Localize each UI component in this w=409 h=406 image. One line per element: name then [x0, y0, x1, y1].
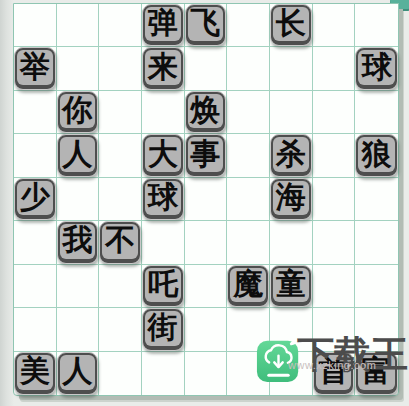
tile-character: 杀	[276, 139, 306, 169]
board-cell-r7c2	[99, 308, 142, 351]
tile-face: 不	[102, 224, 138, 258]
board-cell-r8c6	[270, 352, 313, 395]
board-cell-r0c7	[313, 4, 356, 47]
board-cell-r8c3	[142, 352, 185, 395]
board-cell-r6c1	[57, 265, 100, 308]
board-cell-r7c8	[355, 308, 398, 351]
tile-character: 球	[148, 182, 178, 212]
board-cell-r8c5	[227, 352, 270, 395]
tile-来[interactable]: 来	[142, 47, 184, 89]
tile-face: 举	[17, 50, 53, 84]
board-cell-r5c6	[270, 221, 313, 264]
tile-魔[interactable]: 魔	[227, 265, 269, 307]
board-cell-r4c0: 少	[14, 178, 57, 221]
board-cell-r5c3	[142, 221, 185, 264]
board-cell-r8c7: 首	[313, 352, 356, 395]
board-cell-r8c0: 美	[14, 352, 57, 395]
tile-不[interactable]: 不	[99, 221, 141, 263]
tile-character: 来	[148, 52, 178, 82]
board-cell-r5c5	[227, 221, 270, 264]
board-cell-r8c4	[185, 352, 228, 395]
tile-人[interactable]: 人	[57, 134, 99, 176]
board-cell-r2c2	[99, 91, 142, 134]
tile-face: 飞	[188, 7, 224, 41]
tile-街[interactable]: 街	[142, 308, 184, 350]
tile-face: 我	[60, 224, 96, 258]
board-cell-r3c4: 事	[185, 134, 228, 177]
board-cell-r4c5	[227, 178, 270, 221]
tile-首[interactable]: 首	[313, 352, 355, 395]
tile-你[interactable]: 你	[57, 91, 99, 133]
tile-face: 童	[273, 268, 309, 302]
tile-球[interactable]: 球	[142, 178, 184, 220]
board-cell-r0c1	[57, 4, 100, 47]
board-cell-r6c6: 童	[270, 265, 313, 308]
board-cell-r3c8: 狼	[355, 134, 398, 177]
board-cell-r6c5: 魔	[227, 265, 270, 308]
tile-长[interactable]: 长	[270, 4, 312, 46]
board-cell-r2c7	[313, 91, 356, 134]
board-cell-r5c2: 不	[99, 221, 142, 264]
board-cell-r3c3: 大	[142, 134, 185, 177]
tile-character: 焕	[190, 95, 220, 125]
tile-character: 吒	[148, 269, 178, 299]
board-cell-r4c6: 海	[270, 178, 313, 221]
tile-少[interactable]: 少	[14, 178, 56, 220]
board-cell-r6c7	[313, 265, 356, 308]
tile-character: 事	[190, 139, 220, 169]
board-cell-r2c8	[355, 91, 398, 134]
tile-character: 海	[276, 182, 306, 212]
board-cell-r2c5	[227, 91, 270, 134]
board-cell-r1c8: 球	[355, 47, 398, 90]
board-cell-r6c3: 吒	[142, 265, 185, 308]
board-cell-r2c3	[142, 91, 185, 134]
tile-face: 街	[145, 311, 181, 345]
tile-美[interactable]: 美	[14, 352, 56, 395]
board-cell-r0c6: 长	[270, 4, 313, 47]
board-cell-r4c7	[313, 178, 356, 221]
tile-face: 人	[60, 355, 96, 390]
board-cell-r0c8	[355, 4, 398, 47]
board-cell-r8c8: 富	[355, 352, 398, 395]
board-cell-r8c1: 人	[57, 352, 100, 395]
board-cell-r1c2	[99, 47, 142, 90]
board-cell-r5c4	[185, 221, 228, 264]
board-cell-r1c0: 举	[14, 47, 57, 90]
tile-狼[interactable]: 狼	[355, 134, 398, 176]
board-cell-r1c5	[227, 47, 270, 90]
tile-事[interactable]: 事	[185, 134, 227, 176]
board-cell-r3c2	[99, 134, 142, 177]
tile-face: 美	[17, 355, 53, 390]
tile-弹[interactable]: 弹	[142, 4, 184, 46]
tile-character: 狼	[362, 139, 392, 169]
board-cell-r7c7	[313, 308, 356, 351]
board-cell-r4c8	[355, 178, 398, 221]
tile-face: 吒	[145, 268, 181, 302]
board-cell-r3c5	[227, 134, 270, 177]
board-cell-r7c4	[185, 308, 228, 351]
tile-富[interactable]: 富	[355, 352, 398, 395]
board-cell-r1c3: 来	[142, 47, 185, 90]
tile-character: 大	[148, 139, 178, 169]
board-cell-r4c2	[99, 178, 142, 221]
tile-face: 首	[316, 355, 352, 390]
board-cell-r6c8	[355, 265, 398, 308]
board-cell-r6c4	[185, 265, 228, 308]
board-cell-r5c0	[14, 221, 57, 264]
tile-face: 长	[273, 7, 309, 41]
tile-face: 球	[358, 50, 395, 84]
board-cell-r1c6	[270, 47, 313, 90]
tile-character: 人	[62, 356, 92, 386]
tile-大[interactable]: 大	[142, 134, 184, 176]
tile-character: 弹	[148, 8, 178, 38]
tile-人[interactable]: 人	[57, 352, 99, 395]
tile-character: 我	[62, 225, 92, 255]
tile-face: 弹	[145, 7, 181, 41]
tile-face: 富	[358, 355, 395, 390]
tile-face: 你	[60, 94, 96, 128]
tile-character: 不	[105, 225, 135, 255]
board-cell-r6c2	[99, 265, 142, 308]
tile-character: 富	[362, 356, 392, 386]
tile-character: 少	[20, 182, 50, 212]
board-cell-r1c4	[185, 47, 228, 90]
board-cell-r3c0	[14, 134, 57, 177]
tile-character: 飞	[190, 8, 220, 38]
tile-character: 球	[362, 52, 392, 82]
board-cell-r4c1	[57, 178, 100, 221]
tile-杀[interactable]: 杀	[270, 134, 312, 176]
board-cell-r2c0	[14, 91, 57, 134]
board-cell-r7c3: 街	[142, 308, 185, 351]
board: 弹飞长举来球你焕人大事杀狼少球海我不吒魔童街美人首富	[13, 3, 399, 396]
tile-character: 美	[20, 356, 50, 386]
board-cell-r4c4	[185, 178, 228, 221]
tile-character: 街	[148, 312, 178, 342]
tile-face: 杀	[273, 137, 309, 171]
tile-face: 焕	[188, 94, 224, 128]
tile-character: 首	[318, 356, 348, 386]
tile-face: 海	[273, 181, 309, 215]
board-cell-r5c8	[355, 221, 398, 264]
board-cell-r2c4: 焕	[185, 91, 228, 134]
board-cell-r2c1: 你	[57, 91, 100, 134]
tile-球[interactable]: 球	[355, 47, 398, 89]
tile-我[interactable]: 我	[57, 221, 99, 263]
board-cell-r8c2	[99, 352, 142, 395]
page-left-shadow	[0, 0, 14, 406]
board-cell-r3c1: 人	[57, 134, 100, 177]
tile-焕[interactable]: 焕	[185, 91, 227, 133]
tile-face: 魔	[230, 268, 266, 302]
tile-character: 长	[276, 8, 306, 38]
board-cell-r1c1	[57, 47, 100, 90]
tile-character: 举	[20, 52, 50, 82]
tile-character: 人	[62, 139, 92, 169]
tile-face: 狼	[358, 137, 395, 171]
board-cell-r7c1	[57, 308, 100, 351]
board-cell-r7c5	[227, 308, 270, 351]
board-cell-r7c6	[270, 308, 313, 351]
board-cell-r5c7	[313, 221, 356, 264]
board-cell-r1c7	[313, 47, 356, 90]
board-cell-r5c1: 我	[57, 221, 100, 264]
tile-character: 你	[62, 95, 92, 125]
board-cell-r0c5	[227, 4, 270, 47]
tile-face: 事	[188, 137, 224, 171]
tile-face: 少	[17, 181, 53, 215]
tile-character: 魔	[233, 269, 263, 299]
board-cell-r3c6: 杀	[270, 134, 313, 177]
board-cell-r3c7	[313, 134, 356, 177]
tile-吒[interactable]: 吒	[142, 265, 184, 307]
tile-face: 来	[145, 50, 181, 84]
board-cell-r0c4: 飞	[185, 4, 228, 47]
board-cell-r0c3: 弹	[142, 4, 185, 47]
board-cell-r6c0	[14, 265, 57, 308]
board-cell-r7c0	[14, 308, 57, 351]
tile-举[interactable]: 举	[14, 47, 56, 89]
tile-face: 人	[60, 137, 96, 171]
board-cell-r0c2	[99, 4, 142, 47]
tile-face: 大	[145, 137, 181, 171]
tile-海[interactable]: 海	[270, 178, 312, 220]
board-cell-r0c0	[14, 4, 57, 47]
board-cell-r4c3: 球	[142, 178, 185, 221]
tile-character: 童	[276, 269, 306, 299]
board-cell-r2c6	[270, 91, 313, 134]
tile-face: 球	[145, 181, 181, 215]
tile-童[interactable]: 童	[270, 265, 312, 307]
tile-飞[interactable]: 飞	[185, 4, 227, 46]
